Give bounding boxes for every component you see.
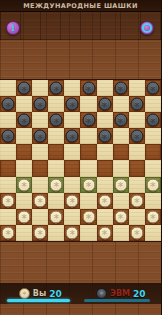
white-piece[interactable]: * — [2, 226, 15, 239]
settings-ring-icon — [142, 23, 152, 33]
board-square[interactable]: * — [97, 225, 113, 241]
opponent-label: ЭВМ — [110, 289, 130, 298]
black-piece[interactable]: * — [50, 114, 63, 127]
board-square — [145, 225, 161, 241]
board-square[interactable]: * — [0, 128, 16, 144]
board-square[interactable]: * — [64, 193, 80, 209]
black-piece-icon: * — [96, 288, 107, 299]
opponent-piece-count: 20 — [133, 289, 146, 299]
board-square[interactable] — [48, 144, 64, 160]
player-turn-indicator — [7, 299, 70, 302]
board-square — [80, 128, 96, 144]
board-square — [145, 128, 161, 144]
board-square — [80, 193, 96, 209]
board-square — [64, 177, 80, 193]
black-piece[interactable]: * — [2, 130, 15, 143]
board-square[interactable]: * — [97, 128, 113, 144]
board-square — [113, 160, 129, 176]
board-square[interactable]: * — [32, 96, 48, 112]
board-square — [48, 160, 64, 176]
player-score: * Вы 20 — [0, 288, 81, 299]
board-square[interactable] — [129, 160, 145, 176]
board-square[interactable]: * — [48, 80, 64, 96]
board-square[interactable]: * — [113, 80, 129, 96]
white-piece[interactable]: * — [66, 226, 79, 239]
board-square — [129, 112, 145, 128]
board-square[interactable]: * — [0, 193, 16, 209]
board-square[interactable]: * — [32, 128, 48, 144]
white-piece[interactable]: * — [114, 178, 127, 191]
board-square[interactable]: * — [97, 96, 113, 112]
settings-button[interactable] — [140, 21, 154, 35]
white-piece[interactable]: * — [2, 194, 15, 207]
white-piece[interactable]: * — [18, 210, 31, 223]
board-square[interactable]: * — [145, 209, 161, 225]
board-square — [64, 80, 80, 96]
board-square[interactable]: * — [48, 177, 64, 193]
board-square[interactable]: * — [64, 225, 80, 241]
board-square[interactable] — [145, 144, 161, 160]
white-piece[interactable]: * — [146, 178, 159, 191]
board-square[interactable]: * — [113, 209, 129, 225]
board-square — [97, 112, 113, 128]
board-square — [113, 96, 129, 112]
white-piece-icon: * — [19, 288, 30, 299]
board-square[interactable]: * — [113, 177, 129, 193]
white-piece[interactable]: * — [18, 178, 31, 191]
page-title: МЕЖДУНАРОДНЫЕ ШАШКИ — [23, 2, 138, 10]
board-square — [48, 96, 64, 112]
black-piece[interactable]: * — [18, 114, 31, 127]
opponent-score: * ЭВМ 20 — [81, 288, 162, 299]
board-square — [48, 128, 64, 144]
white-piece[interactable]: * — [114, 210, 127, 223]
black-piece[interactable]: * — [34, 130, 47, 143]
board-square[interactable]: * — [80, 209, 96, 225]
board-square — [32, 144, 48, 160]
board-square[interactable]: * — [64, 96, 80, 112]
player-piece-count: 20 — [49, 289, 62, 299]
board-square[interactable]: * — [145, 80, 161, 96]
white-piece[interactable]: * — [66, 194, 79, 207]
black-piece[interactable]: * — [66, 98, 79, 111]
white-piece[interactable]: * — [82, 178, 95, 191]
board-square[interactable]: * — [80, 80, 96, 96]
draughts-board: **************************************** — [0, 79, 161, 242]
board-square — [113, 225, 129, 241]
board-square[interactable] — [32, 160, 48, 176]
board-square — [32, 177, 48, 193]
black-piece[interactable]: * — [82, 82, 95, 95]
black-piece[interactable]: * — [82, 114, 95, 127]
board-square[interactable]: * — [48, 209, 64, 225]
board-square — [48, 225, 64, 241]
black-piece[interactable]: * — [98, 98, 111, 111]
white-piece[interactable]: * — [146, 210, 159, 223]
white-piece[interactable]: * — [98, 226, 111, 239]
black-piece[interactable]: * — [146, 114, 159, 127]
board-square — [16, 160, 32, 176]
white-piece[interactable]: * — [50, 210, 63, 223]
black-piece[interactable]: * — [130, 98, 143, 111]
black-piece[interactable]: * — [34, 98, 47, 111]
board-square — [16, 96, 32, 112]
toolbar-band — [0, 12, 161, 40]
board-square[interactable]: * — [129, 128, 145, 144]
board-square[interactable]: * — [32, 193, 48, 209]
board-square[interactable]: * — [80, 112, 96, 128]
board-square[interactable]: * — [129, 96, 145, 112]
black-piece[interactable]: * — [66, 130, 79, 143]
board-square[interactable]: * — [16, 112, 32, 128]
board-square[interactable]: * — [80, 177, 96, 193]
board-square — [80, 96, 96, 112]
black-piece[interactable]: * — [114, 82, 127, 95]
white-piece[interactable]: * — [50, 178, 63, 191]
board-square[interactable]: * — [145, 177, 161, 193]
board-square[interactable] — [0, 160, 16, 176]
board-square[interactable]: * — [113, 112, 129, 128]
board-square[interactable]: * — [0, 225, 16, 241]
board-square[interactable]: * — [0, 96, 16, 112]
board-square — [97, 209, 113, 225]
board-square — [113, 193, 129, 209]
board-square — [97, 80, 113, 96]
board-square — [0, 177, 16, 193]
black-piece[interactable]: * — [130, 130, 143, 143]
board-square[interactable]: * — [64, 128, 80, 144]
board-square[interactable]: * — [16, 80, 32, 96]
board-square — [0, 144, 16, 160]
white-piece[interactable]: * — [130, 194, 143, 207]
board-square — [48, 193, 64, 209]
board-square[interactable]: * — [129, 193, 145, 209]
board-square — [64, 112, 80, 128]
board-square — [0, 112, 16, 128]
board-square — [97, 177, 113, 193]
board-square[interactable] — [97, 160, 113, 176]
board-square — [80, 225, 96, 241]
board-square[interactable]: * — [16, 177, 32, 193]
board-square — [145, 96, 161, 112]
board-square[interactable]: * — [48, 112, 64, 128]
board-square[interactable]: * — [32, 225, 48, 241]
board-square — [32, 209, 48, 225]
player-label: Вы — [33, 289, 46, 298]
board-square — [80, 160, 96, 176]
white-piece[interactable]: * — [98, 194, 111, 207]
board-square[interactable]: * — [16, 209, 32, 225]
board-square[interactable] — [64, 160, 80, 176]
board-square — [64, 144, 80, 160]
board-square — [16, 225, 32, 241]
board-square — [145, 193, 161, 209]
board-square[interactable] — [113, 144, 129, 160]
board-square — [32, 112, 48, 128]
info-button[interactable]: i — [6, 21, 20, 35]
white-piece[interactable]: * — [34, 194, 47, 207]
white-piece[interactable]: * — [34, 226, 47, 239]
board-square — [129, 209, 145, 225]
black-piece[interactable]: * — [98, 130, 111, 143]
black-piece[interactable]: * — [2, 98, 15, 111]
title-bar: МЕЖДУНАРОДНЫЕ ШАШКИ — [0, 0, 161, 12]
board-square — [129, 80, 145, 96]
white-piece[interactable]: * — [82, 210, 95, 223]
black-piece[interactable]: * — [146, 82, 159, 95]
board-square[interactable] — [16, 144, 32, 160]
board-square[interactable]: * — [129, 225, 145, 241]
app-screen: МЕЖДУНАРОДНЫЕ ШАШКИ i ******************… — [0, 0, 161, 315]
black-piece[interactable]: * — [18, 82, 31, 95]
board-square — [16, 193, 32, 209]
board-square[interactable]: * — [145, 112, 161, 128]
board-square — [113, 128, 129, 144]
opponent-turn-indicator — [84, 299, 150, 302]
board-square — [64, 209, 80, 225]
board-square — [129, 144, 145, 160]
board-square[interactable]: * — [97, 193, 113, 209]
black-piece[interactable]: * — [50, 82, 63, 95]
board-square — [145, 160, 161, 176]
black-piece[interactable]: * — [114, 114, 127, 127]
board-square — [16, 128, 32, 144]
board-square — [129, 177, 145, 193]
board-square — [32, 80, 48, 96]
board-square — [0, 80, 16, 96]
board-square[interactable] — [80, 144, 96, 160]
white-piece[interactable]: * — [130, 226, 143, 239]
info-icon: i — [11, 23, 14, 32]
board-square — [0, 209, 16, 225]
board-square — [97, 144, 113, 160]
